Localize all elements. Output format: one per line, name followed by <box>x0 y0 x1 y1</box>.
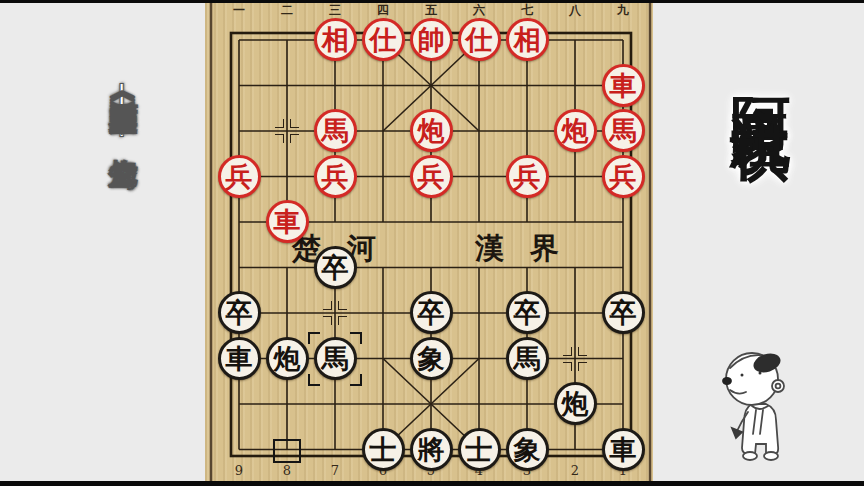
piece-red-炮[interactable]: 炮 <box>554 109 597 152</box>
series-title-vertical: 《阿豪布局宝典》——鸳鸯炮 <box>109 82 137 138</box>
piece-red-兵[interactable]: 兵 <box>602 155 645 198</box>
channel-title-vertical: 阿豪说棋 <box>726 50 796 82</box>
piece-black-車[interactable]: 車 <box>218 337 261 380</box>
piece-red-相[interactable]: 相 <box>506 18 549 61</box>
piece-black-炮[interactable]: 炮 <box>554 382 597 425</box>
piece-red-車[interactable]: 車 <box>266 200 309 243</box>
piece-black-車[interactable]: 車 <box>602 428 645 471</box>
piece-black-馬[interactable]: 馬 <box>506 337 549 380</box>
piece-black-炮[interactable]: 炮 <box>266 337 309 380</box>
piece-black-卒[interactable]: 卒 <box>410 291 453 334</box>
piece-red-帥[interactable]: 帥 <box>410 18 453 61</box>
piece-black-象[interactable]: 象 <box>506 428 549 471</box>
piece-red-兵[interactable]: 兵 <box>410 155 453 198</box>
piece-red-兵[interactable]: 兵 <box>218 155 261 198</box>
piece-black-士[interactable]: 士 <box>362 428 405 471</box>
mascot-puppy <box>708 348 808 466</box>
piece-red-炮[interactable]: 炮 <box>410 109 453 152</box>
piece-grid: 相仕帥仕相車馬炮炮馬兵兵兵兵兵車卒卒卒卒卒車炮馬象馬炮士將士象車 <box>215 17 647 472</box>
piece-black-卒[interactable]: 卒 <box>602 291 645 334</box>
piece-black-卒[interactable]: 卒 <box>506 291 549 334</box>
letterbox-bottom <box>0 481 864 486</box>
last-move-destination <box>308 332 362 386</box>
piece-black-卒[interactable]: 卒 <box>314 246 357 289</box>
piece-red-兵[interactable]: 兵 <box>314 155 357 198</box>
piece-black-士[interactable]: 士 <box>458 428 501 471</box>
xiangqi-board[interactable]: 一二三四五六七八九 987654321 楚河 漢界 相仕帥仕相車馬炮炮馬兵兵兵兵… <box>205 0 653 486</box>
piece-black-卒[interactable]: 卒 <box>218 291 261 334</box>
piece-red-馬[interactable]: 馬 <box>314 109 357 152</box>
piece-black-象[interactable]: 象 <box>410 337 453 380</box>
piece-red-仕[interactable]: 仕 <box>458 18 501 61</box>
piece-red-相[interactable]: 相 <box>314 18 357 61</box>
piece-red-仕[interactable]: 仕 <box>362 18 405 61</box>
video-frame: { "meta": { "left_caption": "《阿豪布局宝典》——鸳… <box>0 0 864 486</box>
piece-red-馬[interactable]: 馬 <box>602 109 645 152</box>
piece-red-兵[interactable]: 兵 <box>506 155 549 198</box>
piece-red-車[interactable]: 車 <box>602 64 645 107</box>
piece-black-將[interactable]: 將 <box>410 428 453 471</box>
letterbox-top <box>0 0 864 3</box>
